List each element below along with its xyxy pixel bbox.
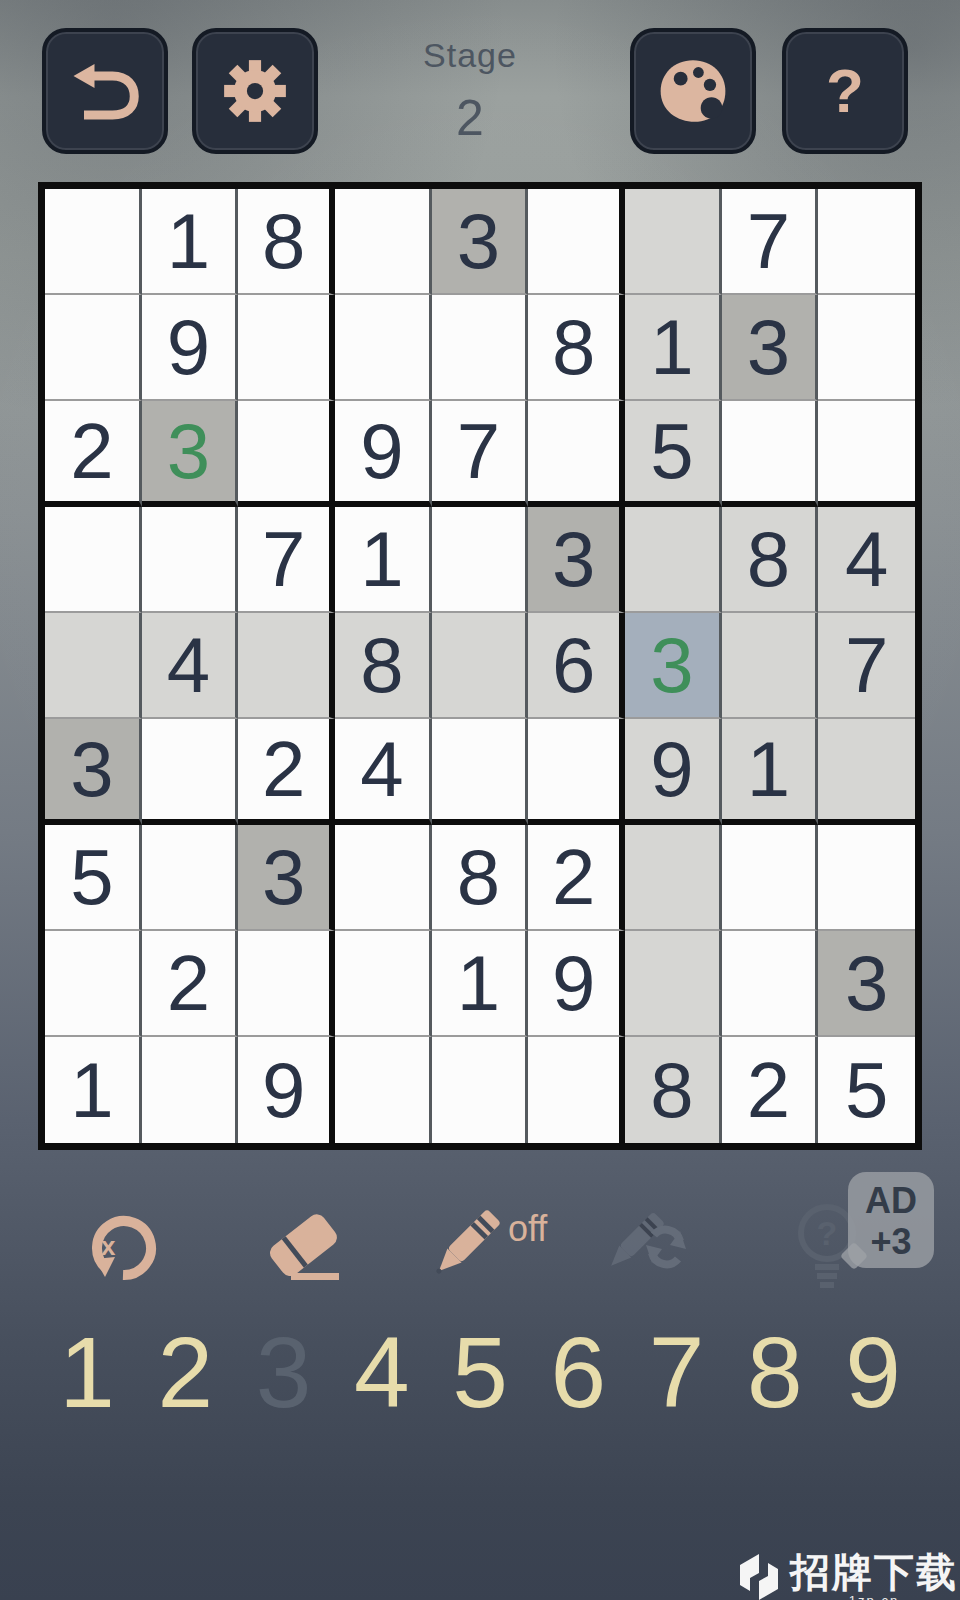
- cell-r9c9[interactable]: 5: [818, 1037, 915, 1143]
- cell-r4c2[interactable]: [142, 507, 239, 613]
- cell-r6c5[interactable]: [432, 719, 529, 825]
- cell-r2c9[interactable]: [818, 295, 915, 401]
- cell-r5c9[interactable]: 7: [818, 613, 915, 719]
- question-icon: ?: [826, 60, 864, 122]
- sudoku-board: 1837981323975713844863732491538221931982…: [38, 182, 922, 1150]
- cell-r8c2[interactable]: 2: [142, 931, 239, 1037]
- stage-number: 2: [330, 89, 610, 147]
- keypad-digit-4[interactable]: 4: [335, 1312, 429, 1432]
- cell-r4c4[interactable]: 1: [335, 507, 432, 613]
- cell-r8c9[interactable]: 3: [818, 931, 915, 1037]
- cell-r2c7[interactable]: 1: [625, 295, 722, 401]
- cell-r4c1[interactable]: [45, 507, 142, 613]
- pencil-button[interactable]: [408, 1192, 518, 1302]
- cell-r6c4[interactable]: 4: [335, 719, 432, 825]
- cell-r7c8[interactable]: [722, 825, 819, 931]
- back-button[interactable]: [42, 28, 168, 154]
- cell-r9c4[interactable]: [335, 1037, 432, 1143]
- cell-r9c2[interactable]: [142, 1037, 239, 1143]
- ad-badge-line2: +3: [848, 1221, 934, 1262]
- cell-r8c3[interactable]: [238, 931, 335, 1037]
- cell-r9c5[interactable]: [432, 1037, 529, 1143]
- keypad-digit-6[interactable]: 6: [531, 1312, 625, 1432]
- cell-r1c7[interactable]: [625, 189, 722, 295]
- keypad-digit-2[interactable]: 2: [138, 1312, 232, 1432]
- keypad-digit-9[interactable]: 9: [826, 1312, 920, 1432]
- pencil-switch-button[interactable]: [585, 1192, 695, 1302]
- watermark-title: 招牌下载: [790, 1551, 958, 1593]
- watermark-subtitle: 1zp.cn: [790, 1593, 958, 1600]
- cell-r3c7[interactable]: 5: [625, 401, 722, 507]
- number-keypad: 123456789: [40, 1312, 920, 1432]
- cell-r2c3[interactable]: [238, 295, 335, 401]
- cell-r3c5[interactable]: 7: [432, 401, 529, 507]
- settings-button[interactable]: [192, 28, 318, 154]
- keypad-digit-3[interactable]: 3: [237, 1312, 331, 1432]
- gear-icon: [216, 52, 294, 130]
- cell-r6c3[interactable]: 2: [238, 719, 335, 825]
- cell-r8c6[interactable]: 9: [528, 931, 625, 1037]
- cell-r7c1[interactable]: 5: [45, 825, 142, 931]
- cell-r5c2[interactable]: 4: [142, 613, 239, 719]
- cell-r6c7[interactable]: 9: [625, 719, 722, 825]
- cell-r7c6[interactable]: 2: [528, 825, 625, 931]
- cell-r4c5[interactable]: [432, 507, 529, 613]
- cell-r6c8[interactable]: 1: [722, 719, 819, 825]
- restart-button[interactable]: x: [70, 1192, 180, 1302]
- pencil-icon: [413, 1197, 513, 1297]
- cell-r5c6[interactable]: 6: [528, 613, 625, 719]
- cell-r5c5[interactable]: [432, 613, 529, 719]
- cell-r9c6[interactable]: [528, 1037, 625, 1143]
- cell-r6c9[interactable]: [818, 719, 915, 825]
- cell-r8c1[interactable]: [45, 931, 142, 1037]
- eraser-button[interactable]: [248, 1192, 358, 1302]
- keypad-digit-5[interactable]: 5: [433, 1312, 527, 1432]
- cell-r2c8[interactable]: 3: [722, 295, 819, 401]
- cell-r1c6[interactable]: [528, 189, 625, 295]
- cell-r4c8[interactable]: 8: [722, 507, 819, 613]
- cell-r1c5[interactable]: 3: [432, 189, 529, 295]
- cell-r5c3[interactable]: [238, 613, 335, 719]
- svg-text:?: ?: [817, 1214, 838, 1252]
- cell-r4c9[interactable]: 4: [818, 507, 915, 613]
- cell-r3c4[interactable]: 9: [335, 401, 432, 507]
- cell-r7c7[interactable]: [625, 825, 722, 931]
- theme-button[interactable]: [630, 28, 756, 154]
- cell-r1c9[interactable]: [818, 189, 915, 295]
- cell-r5c8[interactable]: [722, 613, 819, 719]
- cell-r8c7[interactable]: [625, 931, 722, 1037]
- keypad-digit-8[interactable]: 8: [728, 1312, 822, 1432]
- stage-label: Stage: [330, 36, 610, 75]
- cell-r6c6[interactable]: [528, 719, 625, 825]
- cell-r9c8[interactable]: 2: [722, 1037, 819, 1143]
- cell-r4c3[interactable]: 7: [238, 507, 335, 613]
- cell-r9c7[interactable]: 8: [625, 1037, 722, 1143]
- cell-r1c8[interactable]: 7: [722, 189, 819, 295]
- cell-r3c2[interactable]: 3: [142, 401, 239, 507]
- watermark: 招牌下载 1zp.cn: [736, 1551, 958, 1600]
- cell-r3c8[interactable]: [722, 401, 819, 507]
- cell-r1c3[interactable]: 8: [238, 189, 335, 295]
- ad-badge-line1: AD: [848, 1180, 934, 1221]
- cell-r2c4[interactable]: [335, 295, 432, 401]
- cell-r1c1[interactable]: [45, 189, 142, 295]
- cell-r3c1[interactable]: 2: [45, 401, 142, 507]
- cell-r6c1[interactable]: 3: [45, 719, 142, 825]
- eraser-icon: [253, 1197, 353, 1297]
- cell-r4c7[interactable]: [625, 507, 722, 613]
- cell-r4c6[interactable]: 3: [528, 507, 625, 613]
- svg-text:x: x: [101, 1231, 116, 1261]
- cell-r6c2[interactable]: [142, 719, 239, 825]
- cell-r1c2[interactable]: 1: [142, 189, 239, 295]
- cell-r3c6[interactable]: [528, 401, 625, 507]
- keypad-digit-1[interactable]: 1: [40, 1312, 134, 1432]
- cell-r2c5[interactable]: [432, 295, 529, 401]
- watermark-cube-icon: [736, 1551, 782, 1600]
- cell-r2c6[interactable]: 8: [528, 295, 625, 401]
- cell-r7c5[interactable]: 8: [432, 825, 529, 931]
- cell-r8c4[interactable]: [335, 931, 432, 1037]
- stage-indicator: Stage 2: [330, 36, 610, 147]
- back-arrow-icon: [67, 55, 143, 127]
- cell-r7c9[interactable]: [818, 825, 915, 931]
- cell-r8c5[interactable]: 1: [432, 931, 529, 1037]
- cell-r8c8[interactable]: [722, 931, 819, 1037]
- cell-r7c4[interactable]: [335, 825, 432, 931]
- pencil-refresh-icon: [588, 1197, 692, 1297]
- cell-r9c3[interactable]: 9: [238, 1037, 335, 1143]
- cell-r5c4[interactable]: 8: [335, 613, 432, 719]
- cell-r3c9[interactable]: [818, 401, 915, 507]
- pencil-mode-label[interactable]: off: [508, 1208, 547, 1250]
- palette-icon: [654, 54, 732, 128]
- cell-r7c2[interactable]: [142, 825, 239, 931]
- hint-ad-badge[interactable]: AD +3: [848, 1172, 934, 1268]
- help-button[interactable]: ?: [782, 28, 908, 154]
- cell-r9c1[interactable]: 1: [45, 1037, 142, 1143]
- undo-x-icon: x: [77, 1199, 173, 1295]
- cell-r2c2[interactable]: 9: [142, 295, 239, 401]
- cell-r5c1[interactable]: [45, 613, 142, 719]
- cell-r3c3[interactable]: [238, 401, 335, 507]
- cell-r7c3[interactable]: 3: [238, 825, 335, 931]
- cell-r2c1[interactable]: [45, 295, 142, 401]
- cell-r5c7[interactable]: 3: [625, 613, 722, 719]
- cell-r1c4[interactable]: [335, 189, 432, 295]
- keypad-digit-7[interactable]: 7: [630, 1312, 724, 1432]
